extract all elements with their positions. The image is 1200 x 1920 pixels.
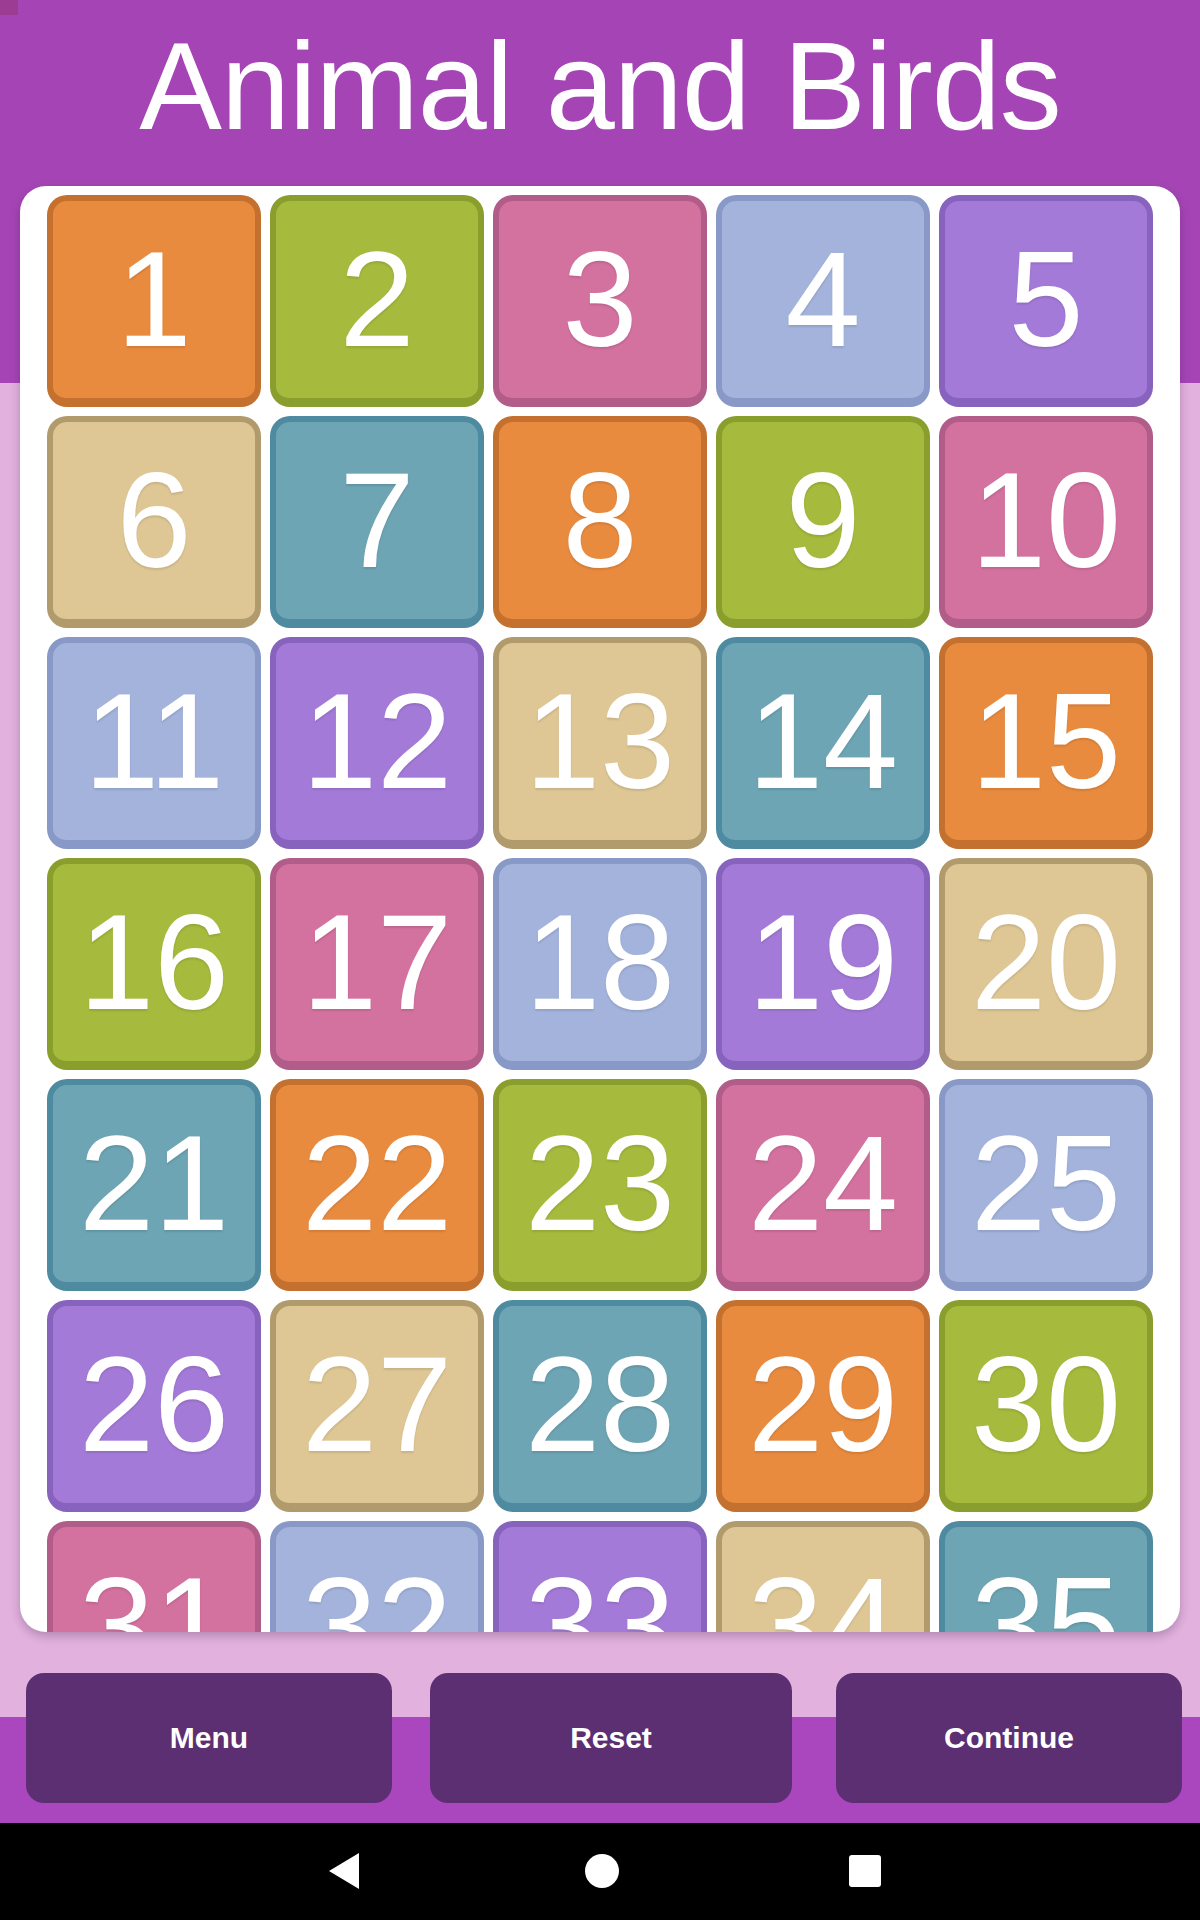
tile-12[interactable]: 12 <box>270 637 484 849</box>
tile-15[interactable]: 15 <box>939 637 1153 849</box>
tile-9[interactable]: 9 <box>716 416 930 628</box>
number-board: 1234567891011121314151617181920212223242… <box>20 186 1180 1632</box>
continue-button[interactable]: Continue <box>836 1673 1182 1803</box>
tile-27[interactable]: 27 <box>270 1300 484 1512</box>
tile-34[interactable]: 34 <box>716 1521 930 1632</box>
reset-button[interactable]: Reset <box>430 1673 792 1803</box>
tile-24[interactable]: 24 <box>716 1079 930 1291</box>
recents-icon[interactable] <box>849 1855 881 1887</box>
tile-22[interactable]: 22 <box>270 1079 484 1291</box>
tile-4[interactable]: 4 <box>716 195 930 407</box>
tile-1[interactable]: 1 <box>47 195 261 407</box>
tile-25[interactable]: 25 <box>939 1079 1153 1291</box>
tile-3[interactable]: 3 <box>493 195 707 407</box>
tile-16[interactable]: 16 <box>47 858 261 1070</box>
tile-21[interactable]: 21 <box>47 1079 261 1291</box>
tile-23[interactable]: 23 <box>493 1079 707 1291</box>
tile-33[interactable]: 33 <box>493 1521 707 1632</box>
tile-18[interactable]: 18 <box>493 858 707 1070</box>
tile-6[interactable]: 6 <box>47 416 261 628</box>
home-icon[interactable] <box>585 1854 619 1888</box>
tile-10[interactable]: 10 <box>939 416 1153 628</box>
tile-28[interactable]: 28 <box>493 1300 707 1512</box>
tile-30[interactable]: 30 <box>939 1300 1153 1512</box>
tile-31[interactable]: 31 <box>47 1521 261 1632</box>
tile-26[interactable]: 26 <box>47 1300 261 1512</box>
tile-19[interactable]: 19 <box>716 858 930 1070</box>
back-icon[interactable] <box>329 1853 359 1889</box>
tile-20[interactable]: 20 <box>939 858 1153 1070</box>
tile-5[interactable]: 5 <box>939 195 1153 407</box>
tile-32[interactable]: 32 <box>270 1521 484 1632</box>
menu-button[interactable]: Menu <box>26 1673 392 1803</box>
tile-17[interactable]: 17 <box>270 858 484 1070</box>
tile-14[interactable]: 14 <box>716 637 930 849</box>
page-title: Animal and Birds <box>0 12 1200 161</box>
tile-11[interactable]: 11 <box>47 637 261 849</box>
tile-2[interactable]: 2 <box>270 195 484 407</box>
tile-35[interactable]: 35 <box>939 1521 1153 1632</box>
tile-8[interactable]: 8 <box>493 416 707 628</box>
tile-7[interactable]: 7 <box>270 416 484 628</box>
tile-13[interactable]: 13 <box>493 637 707 849</box>
tile-grid: 1234567891011121314151617181920212223242… <box>20 186 1180 1632</box>
tile-29[interactable]: 29 <box>716 1300 930 1512</box>
